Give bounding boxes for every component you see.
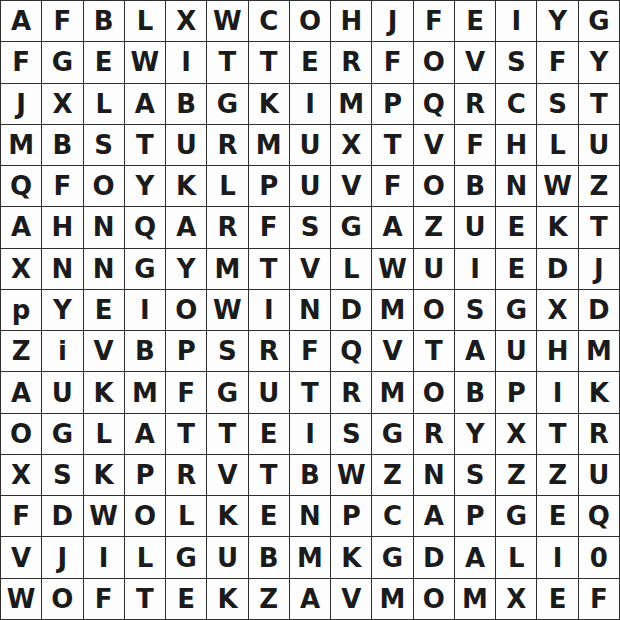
cell-r10c1[interactable]: A — [1, 372, 42, 413]
cell-r7c14[interactable]: D — [537, 249, 578, 290]
cell-r5c9[interactable]: V — [331, 166, 372, 207]
cell-r2c9[interactable]: R — [331, 42, 372, 83]
cell-r7c13[interactable]: E — [496, 249, 537, 290]
cell-r4c2[interactable]: B — [42, 125, 83, 166]
cell-r12c6[interactable]: V — [207, 455, 248, 496]
cell-r11c14[interactable]: T — [537, 414, 578, 455]
cell-r2c14[interactable]: F — [537, 42, 578, 83]
cell-r4c5[interactable]: U — [166, 125, 207, 166]
cell-r5c13[interactable]: N — [496, 166, 537, 207]
cell-r5c3[interactable]: O — [84, 166, 125, 207]
cell-r5c1[interactable]: Q — [1, 166, 42, 207]
cell-r11c12[interactable]: Y — [455, 414, 496, 455]
cell-r12c2[interactable]: S — [42, 455, 83, 496]
cell-r7c11[interactable]: U — [414, 249, 455, 290]
cell-r2c2[interactable]: G — [42, 42, 83, 83]
cell-r12c5[interactable]: R — [166, 455, 207, 496]
word-search-grid: AFBLXWCOHJFEIYGFGEWITTERFOVSFYJXLABGKIMP… — [0, 0, 620, 620]
cell-r3c12[interactable]: R — [455, 84, 496, 125]
cell-r10c9[interactable]: R — [331, 372, 372, 413]
cell-r4c7[interactable]: M — [249, 125, 290, 166]
cell-r7c6[interactable]: M — [207, 249, 248, 290]
cell-r10c15[interactable]: K — [579, 372, 620, 413]
cell-r14c13[interactable]: L — [496, 537, 537, 578]
cell-r13c5[interactable]: L — [166, 496, 207, 537]
cell-r9c15[interactable]: M — [579, 331, 620, 372]
cell-r7c7[interactable]: T — [249, 249, 290, 290]
cell-r5c10[interactable]: F — [372, 166, 413, 207]
cell-r10c10[interactable]: M — [372, 372, 413, 413]
cell-r14c15[interactable]: 0 — [579, 537, 620, 578]
cell-r14c5[interactable]: G — [166, 537, 207, 578]
cell-r7c10[interactable]: W — [372, 249, 413, 290]
cell-r14c3[interactable]: I — [84, 537, 125, 578]
cell-r11c6[interactable]: T — [207, 414, 248, 455]
cell-r1c9[interactable]: H — [331, 1, 372, 42]
cell-r1c14[interactable]: Y — [537, 1, 578, 42]
cell-r1c12[interactable]: E — [455, 1, 496, 42]
cell-r13c6[interactable]: K — [207, 496, 248, 537]
cell-r3c14[interactable]: S — [537, 84, 578, 125]
cell-r6c6[interactable]: R — [207, 207, 248, 248]
cell-r15c10[interactable]: M — [372, 579, 413, 620]
cell-r6c13[interactable]: E — [496, 207, 537, 248]
cell-r11c10[interactable]: G — [372, 414, 413, 455]
cell-r3c2[interactable]: X — [42, 84, 83, 125]
cell-r2c11[interactable]: O — [414, 42, 455, 83]
cell-r5c14[interactable]: W — [537, 166, 578, 207]
cell-r12c1[interactable]: X — [1, 455, 42, 496]
cell-r10c4[interactable]: M — [125, 372, 166, 413]
cell-r5c11[interactable]: O — [414, 166, 455, 207]
cell-r12c15[interactable]: U — [579, 455, 620, 496]
cell-r2c12[interactable]: V — [455, 42, 496, 83]
cell-r9c14[interactable]: H — [537, 331, 578, 372]
cell-r7c4[interactable]: G — [125, 249, 166, 290]
cell-r1c6[interactable]: W — [207, 1, 248, 42]
cell-r11c2[interactable]: G — [42, 414, 83, 455]
cell-r13c13[interactable]: G — [496, 496, 537, 537]
cell-r8c5[interactable]: O — [166, 290, 207, 331]
cell-r7c1[interactable]: X — [1, 249, 42, 290]
cell-r9c12[interactable]: A — [455, 331, 496, 372]
cell-r10c8[interactable]: T — [290, 372, 331, 413]
cell-r11c9[interactable]: S — [331, 414, 372, 455]
cell-r13c14[interactable]: E — [537, 496, 578, 537]
cell-r9c13[interactable]: U — [496, 331, 537, 372]
cell-r15c6[interactable]: K — [207, 579, 248, 620]
cell-r9c1[interactable]: Z — [1, 331, 42, 372]
cell-r12c9[interactable]: W — [331, 455, 372, 496]
cell-r13c4[interactable]: O — [125, 496, 166, 537]
cell-r3c13[interactable]: C — [496, 84, 537, 125]
cell-r2c7[interactable]: T — [249, 42, 290, 83]
cell-r7c8[interactable]: V — [290, 249, 331, 290]
cell-r3c15[interactable]: T — [579, 84, 620, 125]
cell-r4c9[interactable]: X — [331, 125, 372, 166]
cell-r9c8[interactable]: F — [290, 331, 331, 372]
cell-r1c15[interactable]: G — [579, 1, 620, 42]
cell-r9c11[interactable]: T — [414, 331, 455, 372]
cell-r1c10[interactable]: J — [372, 1, 413, 42]
cell-r3c8[interactable]: I — [290, 84, 331, 125]
cell-r14c12[interactable]: A — [455, 537, 496, 578]
cell-r14c8[interactable]: M — [290, 537, 331, 578]
cell-r1c2[interactable]: F — [42, 1, 83, 42]
cell-r8c10[interactable]: M — [372, 290, 413, 331]
cell-r12c8[interactable]: B — [290, 455, 331, 496]
cell-r9c7[interactable]: R — [249, 331, 290, 372]
cell-r3c6[interactable]: G — [207, 84, 248, 125]
cell-r12c7[interactable]: T — [249, 455, 290, 496]
cell-r8c6[interactable]: W — [207, 290, 248, 331]
cell-r9c6[interactable]: S — [207, 331, 248, 372]
cell-r10c11[interactable]: O — [414, 372, 455, 413]
cell-r4c14[interactable]: L — [537, 125, 578, 166]
cell-r6c1[interactable]: A — [1, 207, 42, 248]
cell-r13c1[interactable]: F — [1, 496, 42, 537]
cell-r9c4[interactable]: B — [125, 331, 166, 372]
word-search-board: AFBLXWCOHJFEIYGFGEWITTERFOVSFYJXLABGKIMP… — [0, 0, 620, 620]
cell-r5c15[interactable]: Z — [579, 166, 620, 207]
cell-r13c15[interactable]: Q — [579, 496, 620, 537]
cell-r1c7[interactable]: C — [249, 1, 290, 42]
cell-r14c11[interactable]: D — [414, 537, 455, 578]
cell-r10c12[interactable]: B — [455, 372, 496, 413]
cell-r8c7[interactable]: I — [249, 290, 290, 331]
cell-r2c3[interactable]: E — [84, 42, 125, 83]
cell-r10c5[interactable]: F — [166, 372, 207, 413]
cell-r13c11[interactable]: A — [414, 496, 455, 537]
cell-r7c2[interactable]: N — [42, 249, 83, 290]
cell-r4c3[interactable]: S — [84, 125, 125, 166]
cell-r6c7[interactable]: F — [249, 207, 290, 248]
cell-r3c7[interactable]: K — [249, 84, 290, 125]
cell-r4c12[interactable]: F — [455, 125, 496, 166]
cell-r4c15[interactable]: U — [579, 125, 620, 166]
cell-r2c4[interactable]: W — [125, 42, 166, 83]
cell-r13c7[interactable]: E — [249, 496, 290, 537]
cell-r15c15[interactable]: F — [579, 579, 620, 620]
cell-r12c14[interactable]: Z — [537, 455, 578, 496]
cell-r5c2[interactable]: F — [42, 166, 83, 207]
cell-r8c1[interactable]: p — [1, 290, 42, 331]
cell-r4c11[interactable]: V — [414, 125, 455, 166]
cell-r2c15[interactable]: Y — [579, 42, 620, 83]
cell-r11c3[interactable]: L — [84, 414, 125, 455]
cell-r9c2[interactable]: i — [42, 331, 83, 372]
cell-r5c7[interactable]: P — [249, 166, 290, 207]
cell-r15c3[interactable]: F — [84, 579, 125, 620]
cell-r3c3[interactable]: L — [84, 84, 125, 125]
cell-r13c9[interactable]: P — [331, 496, 372, 537]
cell-r3c5[interactable]: B — [166, 84, 207, 125]
cell-r6c11[interactable]: Z — [414, 207, 455, 248]
cell-r15c9[interactable]: V — [331, 579, 372, 620]
cell-r15c7[interactable]: Z — [249, 579, 290, 620]
cell-r11c5[interactable]: T — [166, 414, 207, 455]
cell-r4c4[interactable]: T — [125, 125, 166, 166]
cell-r15c13[interactable]: X — [496, 579, 537, 620]
cell-r3c10[interactable]: P — [372, 84, 413, 125]
cell-r15c14[interactable]: E — [537, 579, 578, 620]
cell-r6c5[interactable]: A — [166, 207, 207, 248]
cell-r14c6[interactable]: U — [207, 537, 248, 578]
cell-r2c6[interactable]: T — [207, 42, 248, 83]
cell-r4c13[interactable]: H — [496, 125, 537, 166]
cell-r10c6[interactable]: G — [207, 372, 248, 413]
cell-r7c3[interactable]: N — [84, 249, 125, 290]
cell-r15c1[interactable]: W — [1, 579, 42, 620]
cell-r8c4[interactable]: I — [125, 290, 166, 331]
cell-r10c14[interactable]: I — [537, 372, 578, 413]
cell-r14c2[interactable]: J — [42, 537, 83, 578]
cell-r6c2[interactable]: H — [42, 207, 83, 248]
cell-r6c10[interactable]: A — [372, 207, 413, 248]
cell-r10c13[interactable]: P — [496, 372, 537, 413]
cell-r1c3[interactable]: B — [84, 1, 125, 42]
cell-r1c4[interactable]: L — [125, 1, 166, 42]
cell-r7c9[interactable]: L — [331, 249, 372, 290]
cell-r15c11[interactable]: O — [414, 579, 455, 620]
cell-r13c3[interactable]: W — [84, 496, 125, 537]
cell-r14c4[interactable]: L — [125, 537, 166, 578]
cell-r6c12[interactable]: U — [455, 207, 496, 248]
cell-r8c9[interactable]: D — [331, 290, 372, 331]
cell-r6c3[interactable]: N — [84, 207, 125, 248]
cell-r6c15[interactable]: T — [579, 207, 620, 248]
cell-r3c1[interactable]: J — [1, 84, 42, 125]
cell-r1c5[interactable]: X — [166, 1, 207, 42]
cell-r9c9[interactable]: Q — [331, 331, 372, 372]
cell-r1c13[interactable]: I — [496, 1, 537, 42]
cell-r10c7[interactable]: U — [249, 372, 290, 413]
cell-r12c13[interactable]: Z — [496, 455, 537, 496]
cell-r10c2[interactable]: U — [42, 372, 83, 413]
cell-r1c8[interactable]: O — [290, 1, 331, 42]
cell-r5c8[interactable]: U — [290, 166, 331, 207]
cell-r2c13[interactable]: S — [496, 42, 537, 83]
cell-r8c3[interactable]: E — [84, 290, 125, 331]
cell-r5c5[interactable]: K — [166, 166, 207, 207]
cell-r11c1[interactable]: O — [1, 414, 42, 455]
cell-r9c10[interactable]: V — [372, 331, 413, 372]
cell-r13c12[interactable]: P — [455, 496, 496, 537]
cell-r8c13[interactable]: G — [496, 290, 537, 331]
cell-r9c3[interactable]: V — [84, 331, 125, 372]
cell-r12c11[interactable]: N — [414, 455, 455, 496]
cell-r5c4[interactable]: Y — [125, 166, 166, 207]
cell-r8c2[interactable]: Y — [42, 290, 83, 331]
cell-r7c5[interactable]: Y — [166, 249, 207, 290]
cell-r15c5[interactable]: E — [166, 579, 207, 620]
cell-r11c13[interactable]: X — [496, 414, 537, 455]
cell-r15c2[interactable]: O — [42, 579, 83, 620]
cell-r5c6[interactable]: L — [207, 166, 248, 207]
cell-r11c7[interactable]: E — [249, 414, 290, 455]
cell-r4c8[interactable]: U — [290, 125, 331, 166]
cell-r14c1[interactable]: V — [1, 537, 42, 578]
cell-r3c4[interactable]: A — [125, 84, 166, 125]
cell-r14c7[interactable]: B — [249, 537, 290, 578]
cell-r2c5[interactable]: I — [166, 42, 207, 83]
cell-r8c8[interactable]: N — [290, 290, 331, 331]
cell-r11c8[interactable]: I — [290, 414, 331, 455]
cell-r8c11[interactable]: O — [414, 290, 455, 331]
cell-r4c10[interactable]: T — [372, 125, 413, 166]
cell-r14c9[interactable]: K — [331, 537, 372, 578]
cell-r12c12[interactable]: S — [455, 455, 496, 496]
cell-r11c4[interactable]: A — [125, 414, 166, 455]
cell-r15c12[interactable]: M — [455, 579, 496, 620]
cell-r6c9[interactable]: G — [331, 207, 372, 248]
cell-r14c14[interactable]: I — [537, 537, 578, 578]
cell-r13c2[interactable]: D — [42, 496, 83, 537]
cell-r10c3[interactable]: K — [84, 372, 125, 413]
cell-r3c9[interactable]: M — [331, 84, 372, 125]
cell-r15c8[interactable]: A — [290, 579, 331, 620]
cell-r6c8[interactable]: S — [290, 207, 331, 248]
cell-r12c3[interactable]: K — [84, 455, 125, 496]
cell-r2c8[interactable]: E — [290, 42, 331, 83]
cell-r11c15[interactable]: R — [579, 414, 620, 455]
cell-r3c11[interactable]: Q — [414, 84, 455, 125]
cell-r9c5[interactable]: P — [166, 331, 207, 372]
cell-r7c12[interactable]: I — [455, 249, 496, 290]
cell-r6c14[interactable]: K — [537, 207, 578, 248]
cell-r2c10[interactable]: F — [372, 42, 413, 83]
cell-r13c8[interactable]: N — [290, 496, 331, 537]
cell-r11c11[interactable]: R — [414, 414, 455, 455]
cell-r8c14[interactable]: X — [537, 290, 578, 331]
cell-r12c10[interactable]: Z — [372, 455, 413, 496]
cell-r5c12[interactable]: B — [455, 166, 496, 207]
cell-r4c6[interactable]: R — [207, 125, 248, 166]
cell-r1c1[interactable]: A — [1, 1, 42, 42]
cell-r14c10[interactable]: G — [372, 537, 413, 578]
cell-r15c4[interactable]: T — [125, 579, 166, 620]
cell-r6c4[interactable]: Q — [125, 207, 166, 248]
cell-r1c11[interactable]: F — [414, 1, 455, 42]
cell-r13c10[interactable]: C — [372, 496, 413, 537]
cell-r12c4[interactable]: P — [125, 455, 166, 496]
cell-r8c15[interactable]: D — [579, 290, 620, 331]
cell-r4c1[interactable]: M — [1, 125, 42, 166]
cell-r7c15[interactable]: J — [579, 249, 620, 290]
cell-r8c12[interactable]: S — [455, 290, 496, 331]
cell-r2c1[interactable]: F — [1, 42, 42, 83]
